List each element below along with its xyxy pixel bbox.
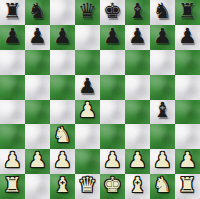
chess-board: ♜♞♛♚♝♞♜♟♟♟♟♟♟♟♟♟♝♞♟♟♟♟♟♟♟♜♝♛♚♝♞♜: [0, 0, 200, 199]
square-h4[interactable]: [175, 100, 200, 125]
piece-black-pawn[interactable]: ♟: [103, 26, 122, 47]
piece-black-king[interactable]: ♚: [103, 1, 122, 22]
piece-white-rook[interactable]: ♜: [178, 175, 197, 196]
square-b7[interactable]: ♟: [25, 25, 50, 50]
piece-white-pawn[interactable]: ♟: [78, 100, 97, 121]
square-a4[interactable]: [0, 100, 25, 125]
square-f6[interactable]: [125, 50, 150, 75]
square-a5[interactable]: [0, 75, 25, 100]
square-g5[interactable]: [150, 75, 175, 100]
square-e6[interactable]: [100, 50, 125, 75]
square-g7[interactable]: ♟: [150, 25, 175, 50]
square-b4[interactable]: [25, 100, 50, 125]
square-g1[interactable]: ♞: [150, 174, 175, 199]
square-c5[interactable]: [50, 75, 75, 100]
square-f7[interactable]: ♟: [125, 25, 150, 50]
square-c4[interactable]: [50, 100, 75, 125]
square-e4[interactable]: [100, 100, 125, 125]
piece-white-rook[interactable]: ♜: [3, 175, 22, 196]
square-f2[interactable]: ♟: [125, 149, 150, 174]
square-b8[interactable]: ♞: [25, 0, 50, 25]
square-d7[interactable]: [75, 25, 100, 50]
square-h5[interactable]: [175, 75, 200, 100]
square-d6[interactable]: [75, 50, 100, 75]
square-e8[interactable]: ♚: [100, 0, 125, 25]
square-d5[interactable]: ♟: [75, 75, 100, 100]
piece-white-pawn[interactable]: ♟: [103, 150, 122, 171]
square-f8[interactable]: ♝: [125, 0, 150, 25]
square-a7[interactable]: ♟: [0, 25, 25, 50]
square-f1[interactable]: ♝: [125, 174, 150, 199]
piece-white-pawn[interactable]: ♟: [153, 150, 172, 171]
square-a6[interactable]: [0, 50, 25, 75]
square-c6[interactable]: [50, 50, 75, 75]
square-g6[interactable]: [150, 50, 175, 75]
square-a3[interactable]: [0, 124, 25, 149]
square-d2[interactable]: [75, 149, 100, 174]
piece-white-pawn[interactable]: ♟: [28, 150, 47, 171]
square-d8[interactable]: ♛: [75, 0, 100, 25]
square-b2[interactable]: ♟: [25, 149, 50, 174]
square-c1[interactable]: ♝: [50, 174, 75, 199]
piece-black-pawn[interactable]: ♟: [128, 26, 147, 47]
square-d1[interactable]: ♛: [75, 174, 100, 199]
piece-black-pawn[interactable]: ♟: [153, 26, 172, 47]
piece-white-pawn[interactable]: ♟: [178, 150, 197, 171]
square-h7[interactable]: ♟: [175, 25, 200, 50]
piece-black-bishop[interactable]: ♝: [128, 1, 147, 22]
square-e2[interactable]: ♟: [100, 149, 125, 174]
piece-black-pawn[interactable]: ♟: [78, 76, 97, 97]
square-f4[interactable]: [125, 100, 150, 125]
square-e3[interactable]: [100, 124, 125, 149]
square-g2[interactable]: ♟: [150, 149, 175, 174]
piece-black-rook[interactable]: ♜: [178, 1, 197, 22]
piece-black-pawn[interactable]: ♟: [178, 26, 197, 47]
square-a8[interactable]: ♜: [0, 0, 25, 25]
piece-black-queen[interactable]: ♛: [78, 1, 97, 22]
square-c2[interactable]: ♟: [50, 149, 75, 174]
square-g4[interactable]: ♝: [150, 100, 175, 125]
square-g3[interactable]: [150, 124, 175, 149]
square-f3[interactable]: [125, 124, 150, 149]
square-e5[interactable]: [100, 75, 125, 100]
square-c8[interactable]: [50, 0, 75, 25]
square-a1[interactable]: ♜: [0, 174, 25, 199]
piece-white-pawn[interactable]: ♟: [3, 150, 22, 171]
square-a2[interactable]: ♟: [0, 149, 25, 174]
piece-white-bishop[interactable]: ♝: [128, 175, 147, 196]
square-g8[interactable]: ♞: [150, 0, 175, 25]
piece-black-knight[interactable]: ♞: [153, 1, 172, 22]
piece-white-knight[interactable]: ♞: [153, 175, 172, 196]
piece-white-knight[interactable]: ♞: [53, 125, 72, 146]
piece-black-pawn[interactable]: ♟: [53, 26, 72, 47]
piece-white-king[interactable]: ♚: [103, 175, 122, 196]
square-h3[interactable]: [175, 124, 200, 149]
square-d3[interactable]: [75, 124, 100, 149]
square-b5[interactable]: [25, 75, 50, 100]
square-h2[interactable]: ♟: [175, 149, 200, 174]
square-e7[interactable]: ♟: [100, 25, 125, 50]
square-h8[interactable]: ♜: [175, 0, 200, 25]
piece-white-pawn[interactable]: ♟: [128, 150, 147, 171]
square-b1[interactable]: [25, 174, 50, 199]
piece-black-pawn[interactable]: ♟: [3, 26, 22, 47]
square-b3[interactable]: [25, 124, 50, 149]
square-c7[interactable]: ♟: [50, 25, 75, 50]
square-h1[interactable]: ♜: [175, 174, 200, 199]
square-e1[interactable]: ♚: [100, 174, 125, 199]
piece-black-knight[interactable]: ♞: [28, 1, 47, 22]
piece-white-pawn[interactable]: ♟: [53, 150, 72, 171]
piece-white-bishop[interactable]: ♝: [53, 175, 72, 196]
square-f5[interactable]: [125, 75, 150, 100]
square-d4[interactable]: ♟: [75, 100, 100, 125]
square-h6[interactable]: [175, 50, 200, 75]
piece-black-rook[interactable]: ♜: [3, 1, 22, 22]
piece-black-pawn[interactable]: ♟: [28, 26, 47, 47]
piece-white-queen[interactable]: ♛: [78, 175, 97, 196]
square-c3[interactable]: ♞: [50, 124, 75, 149]
piece-black-bishop[interactable]: ♝: [153, 100, 172, 121]
square-b6[interactable]: [25, 50, 50, 75]
